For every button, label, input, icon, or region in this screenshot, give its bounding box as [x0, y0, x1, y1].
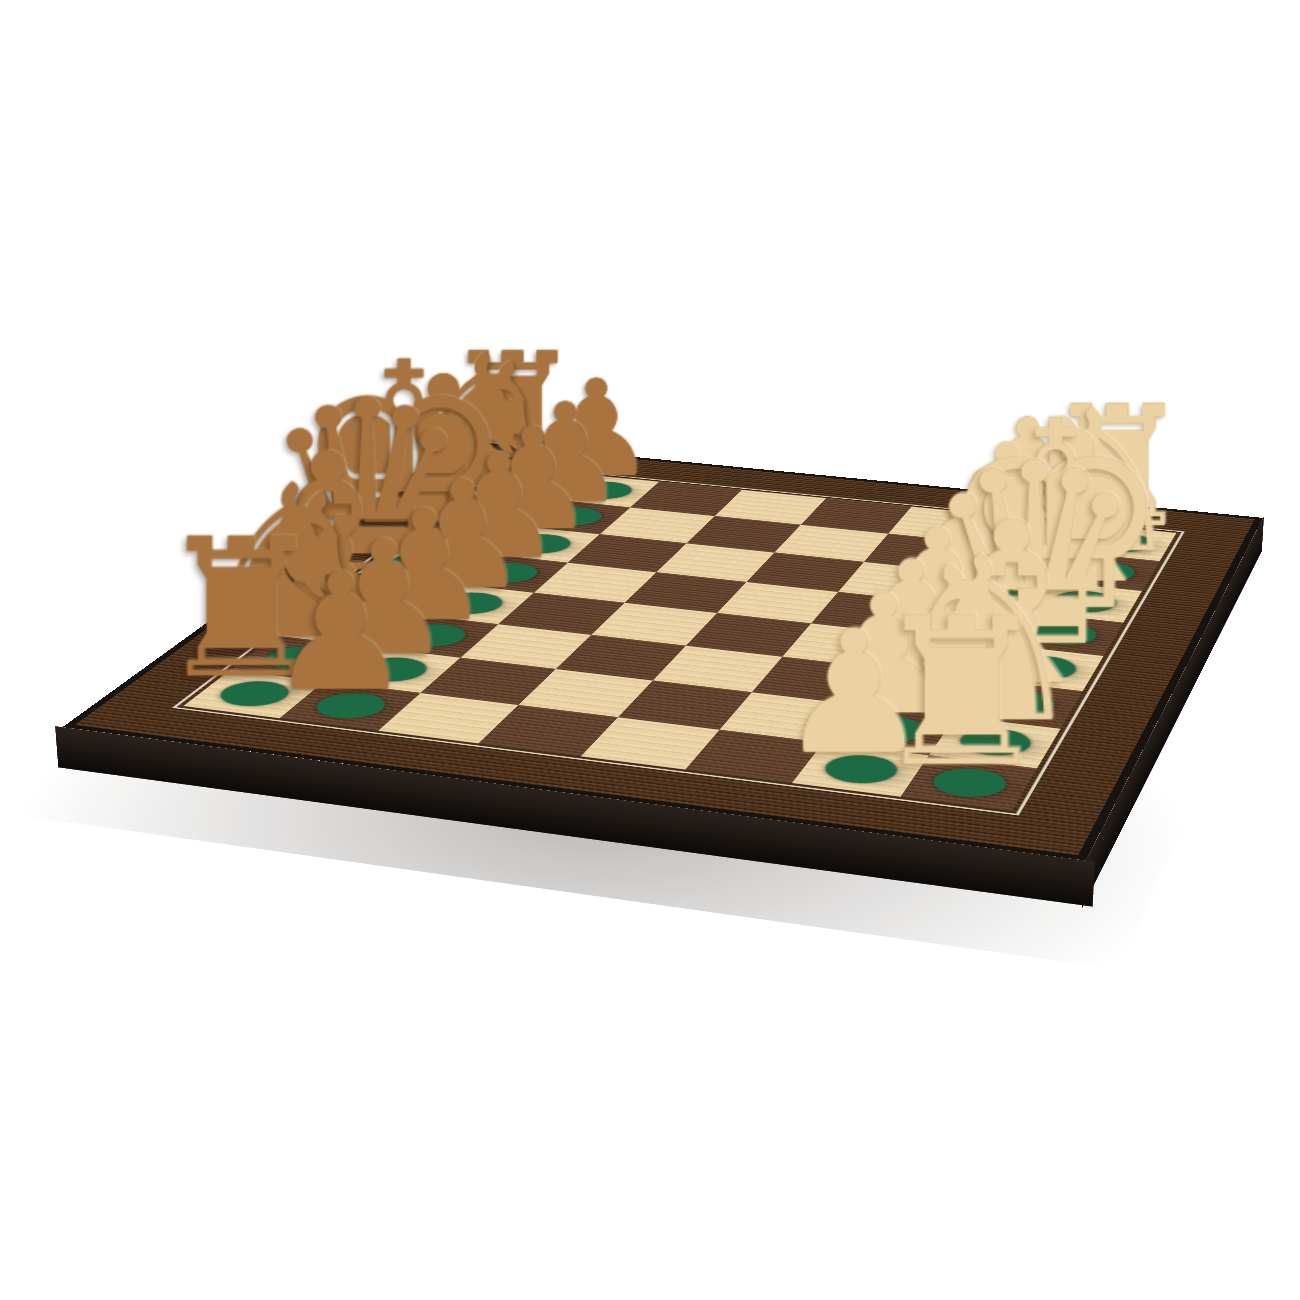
- product-photo-canvas: ♜♟♟♜♞♟♟♞♝♟♟♝♚♟♟♚♛♟♟♛♝♟♟♝♞♟♟♞♜♟♟♜: [0, 0, 1300, 1300]
- board-squares: ♜♟♟♜♞♟♟♞♝♟♟♝♚♟♟♚♛♟♟♛♝♟♟♝♞♟♟♞♜♟♟♜: [183, 466, 1176, 811]
- square-a7[interactable]: ♟: [280, 681, 421, 730]
- square-a1[interactable]: ♜: [901, 755, 1037, 811]
- piece-white-rook-a1[interactable]: ♜: [870, 590, 1054, 795]
- chess-board: ♜♟♟♜♞♟♟♞♝♟♟♝♚♟♟♚♛♟♟♛♝♟♟♝♞♟♟♞♜♟♟♜: [63, 440, 1263, 860]
- piece-black-pawn-a7[interactable]: ♟: [268, 553, 413, 715]
